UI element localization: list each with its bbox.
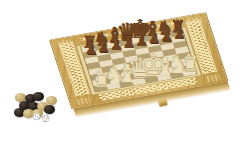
chess-board: ♜♞♝♛♚♝♞♜♟♟♟♟♟♟♟♟♟♟♟♟♟♟♟♟♜♞♝♛♚♝♞♜ bbox=[50, 13, 228, 109]
corner-flourish-icon bbox=[75, 97, 91, 105]
dark-checker[interactable] bbox=[44, 105, 55, 114]
white-rook[interactable]: ♜ bbox=[177, 55, 203, 75]
die-pips bbox=[34, 115, 36, 117]
die-red-pips[interactable] bbox=[41, 114, 49, 122]
dark-checker[interactable] bbox=[33, 92, 44, 101]
die-pips bbox=[43, 117, 45, 119]
black-pawn[interactable]: ♟ bbox=[166, 27, 192, 41]
product-photo-stage: ♜♞♝♛♚♝♞♜♟♟♟♟♟♟♟♟♟♟♟♟♟♟♟♟♜♞♝♛♚♝♞♜ bbox=[0, 0, 240, 150]
light-checker[interactable] bbox=[46, 96, 57, 105]
die-blue-pips[interactable] bbox=[32, 112, 40, 120]
brass-clasp bbox=[158, 99, 167, 107]
square-h1[interactable]: ♜ bbox=[182, 69, 196, 77]
corner-flourish-icon bbox=[205, 74, 221, 82]
